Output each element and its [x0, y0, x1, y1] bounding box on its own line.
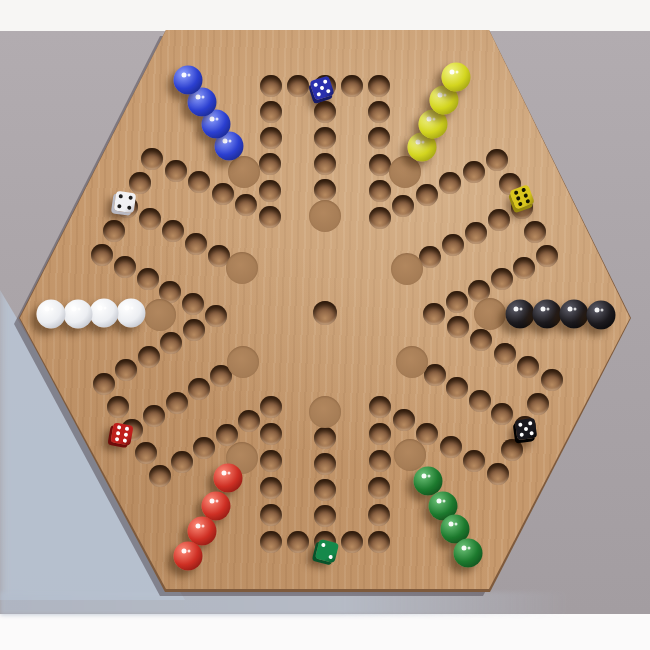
die-pip — [116, 425, 121, 430]
shallow-routed-spot — [309, 200, 341, 232]
die-pip — [328, 554, 333, 559]
board-hole-home[interactable] — [314, 101, 336, 123]
shallow-routed-spot — [474, 298, 506, 330]
background-top-band — [0, 0, 650, 31]
board-hole-track[interactable] — [138, 346, 160, 368]
board-hole-track[interactable] — [93, 373, 115, 395]
board-hole-center[interactable] — [313, 301, 337, 325]
board-hole-home[interactable] — [314, 427, 336, 449]
board-hole-track[interactable] — [501, 439, 523, 461]
die-pip — [524, 193, 529, 198]
board-hole-track[interactable] — [392, 195, 414, 217]
board-hole-track[interactable] — [369, 450, 391, 472]
board-hole-track[interactable] — [260, 75, 282, 97]
board-hole-track[interactable] — [135, 442, 157, 464]
red-marble[interactable] — [214, 464, 243, 493]
board-hole-home[interactable] — [465, 222, 487, 244]
board-hole-track[interactable] — [260, 423, 282, 445]
red-die[interactable] — [110, 422, 133, 445]
die-pip — [321, 543, 326, 548]
board-hole-corner[interactable] — [423, 303, 445, 325]
board-hole-home[interactable] — [185, 233, 207, 255]
board-hole-track[interactable] — [541, 369, 563, 391]
board-hole-track[interactable] — [369, 180, 391, 202]
die-pip — [326, 89, 331, 94]
board-hole-track[interactable] — [260, 101, 282, 123]
board-hole-track[interactable] — [447, 316, 469, 338]
board-hole-track[interactable] — [341, 531, 363, 553]
die-pip — [530, 431, 535, 436]
board-hole-home[interactable] — [188, 378, 210, 400]
board-hole-track[interactable] — [494, 343, 516, 365]
die-pip — [124, 432, 129, 437]
board-hole-track[interactable] — [91, 244, 113, 266]
board-hole-track[interactable] — [259, 180, 281, 202]
board-hole-home[interactable] — [469, 390, 491, 412]
die-pip — [316, 92, 321, 97]
die-pip — [127, 205, 132, 210]
board-hole-track[interactable] — [440, 436, 462, 458]
board-hole-track[interactable] — [517, 356, 539, 378]
board-hole-track[interactable] — [393, 409, 415, 431]
shallow-routed-spot — [394, 439, 426, 471]
board-hole-home[interactable] — [424, 364, 446, 386]
die-pip — [513, 191, 518, 196]
board-hole-track[interactable] — [487, 463, 509, 485]
board-hole-track[interactable] — [368, 127, 390, 149]
die-pip — [518, 422, 523, 427]
board-hole-home[interactable] — [166, 392, 188, 414]
board-hole-track[interactable] — [165, 160, 187, 182]
board-hole-track[interactable] — [368, 75, 390, 97]
die-pip — [123, 438, 128, 443]
blue-marble[interactable] — [174, 66, 203, 95]
board-hole-home[interactable] — [488, 209, 510, 231]
shallow-routed-spot — [226, 252, 258, 284]
board-hole-corner[interactable] — [259, 206, 281, 228]
shallow-routed-spot — [391, 253, 423, 285]
board-hole-track[interactable] — [260, 504, 282, 526]
white-marble[interactable] — [117, 299, 146, 328]
black-marble[interactable] — [587, 301, 616, 330]
board-hole-track[interactable] — [107, 396, 129, 418]
board-hole-track[interactable] — [524, 221, 546, 243]
board-hole-track[interactable] — [260, 477, 282, 499]
board-hole-track[interactable] — [188, 171, 210, 193]
background-bottom-band — [0, 614, 650, 650]
green-marble[interactable] — [454, 539, 483, 568]
board-hole-home[interactable] — [491, 403, 513, 425]
die-pip — [528, 421, 533, 426]
board-hole-track[interactable] — [470, 329, 492, 351]
yellow-marble[interactable] — [442, 63, 471, 92]
black-marble[interactable] — [560, 300, 589, 329]
board-hole-corner[interactable] — [260, 396, 282, 418]
black-die[interactable] — [515, 418, 538, 441]
board-hole-track[interactable] — [260, 531, 282, 553]
board-hole-track[interactable] — [463, 450, 485, 472]
board-hole-home[interactable] — [446, 377, 468, 399]
board-hole-home[interactable] — [314, 127, 336, 149]
shallow-routed-spot — [309, 396, 341, 428]
board-hole-home[interactable] — [139, 208, 161, 230]
board-hole-track[interactable] — [486, 149, 508, 171]
board-hole-track[interactable] — [235, 194, 257, 216]
red-marble[interactable] — [174, 542, 203, 571]
board-hole-track[interactable] — [141, 148, 163, 170]
board-hole-track[interactable] — [287, 75, 309, 97]
die-pip — [319, 85, 324, 90]
die-pip — [119, 194, 124, 199]
die-pip — [525, 198, 530, 203]
die-pip — [517, 201, 522, 206]
board-hole-track[interactable] — [491, 268, 513, 290]
board-hole-corner[interactable] — [369, 207, 391, 229]
die-pip — [313, 82, 318, 87]
board-hole-track[interactable] — [416, 184, 438, 206]
board-hole-track[interactable] — [171, 451, 193, 473]
board-hole-track[interactable] — [368, 101, 390, 123]
board-hole-track[interactable] — [259, 153, 281, 175]
board-hole-home[interactable] — [442, 234, 464, 256]
board-hole-home[interactable] — [143, 405, 165, 427]
shallow-routed-spot — [228, 156, 260, 188]
board-hole-corner[interactable] — [205, 305, 227, 327]
board-hole-track[interactable] — [287, 531, 309, 553]
board-hole-corner[interactable] — [369, 396, 391, 418]
board-hole-home[interactable] — [314, 179, 336, 201]
die-pip — [115, 431, 120, 436]
board-hole-track[interactable] — [260, 127, 282, 149]
board-hole-track[interactable] — [369, 423, 391, 445]
board-hole-track[interactable] — [193, 437, 215, 459]
white-marble[interactable] — [37, 300, 66, 329]
board-hole-track[interactable] — [446, 291, 468, 313]
board-hole-home[interactable] — [162, 220, 184, 242]
board-hole-home[interactable] — [314, 505, 336, 527]
board-hole-track[interactable] — [368, 504, 390, 526]
board-hole-track[interactable] — [341, 75, 363, 97]
die-pip — [515, 196, 520, 201]
white-marble[interactable] — [90, 299, 119, 328]
die-pip — [128, 196, 133, 201]
board-hole-track[interactable] — [368, 477, 390, 499]
white-marble[interactable] — [64, 300, 93, 329]
board-hole-track[interactable] — [527, 393, 549, 415]
die-pip — [114, 436, 119, 441]
die-pip — [117, 204, 122, 209]
board-hole-track[interactable] — [536, 245, 558, 267]
board-hole-track[interactable] — [114, 256, 136, 278]
board-hole-track[interactable] — [149, 465, 171, 487]
board-hole-track[interactable] — [463, 161, 485, 183]
board-hole-track[interactable] — [103, 220, 125, 242]
die-pip — [524, 427, 529, 432]
die-pip — [519, 433, 524, 438]
board-hole-track[interactable] — [513, 257, 535, 279]
black-marble[interactable] — [533, 300, 562, 329]
board-hole-home[interactable] — [314, 453, 336, 475]
green-die[interactable] — [315, 539, 339, 563]
board-hole-track[interactable] — [260, 450, 282, 472]
die-pip — [323, 79, 328, 84]
board-hole-track[interactable] — [115, 359, 137, 381]
shallow-routed-spot — [144, 299, 176, 331]
board-hole-home[interactable] — [314, 153, 336, 175]
board-hole-home[interactable] — [314, 479, 336, 501]
board-hole-track[interactable] — [129, 172, 151, 194]
board-hole-track[interactable] — [183, 319, 205, 341]
shallow-routed-spot — [389, 156, 421, 188]
board-hole-track[interactable] — [238, 410, 260, 432]
board-hole-track[interactable] — [369, 154, 391, 176]
white-die[interactable] — [114, 191, 137, 214]
board-hole-track[interactable] — [160, 332, 182, 354]
die-pip — [125, 427, 130, 432]
board-hole-track[interactable] — [182, 293, 204, 315]
board-hole-track[interactable] — [137, 268, 159, 290]
product-photo — [0, 0, 650, 650]
black-marble[interactable] — [506, 300, 535, 329]
shallow-routed-spot — [227, 346, 259, 378]
board-hole-track[interactable] — [439, 172, 461, 194]
board-hole-track[interactable] — [212, 183, 234, 205]
die-pip — [522, 188, 527, 193]
shallow-routed-spot — [396, 346, 428, 378]
board-hole-track[interactable] — [368, 531, 390, 553]
